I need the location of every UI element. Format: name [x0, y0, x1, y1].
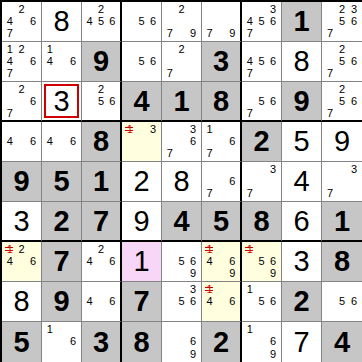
entered-digit: 6	[293, 207, 309, 236]
cell-r1c3[interactable]: 2456	[82, 2, 122, 42]
candidate-digit: 6	[267, 55, 279, 67]
empty-candidate-slot	[67, 43, 79, 55]
given-digit: 8	[93, 127, 109, 156]
given-digit: 4	[133, 87, 149, 116]
candidate-digit: 1	[4, 43, 16, 55]
candidate-digit: 6	[267, 255, 279, 267]
given-digit: 3	[93, 328, 109, 357]
cell-r6c9[interactable]: 1	[322, 202, 362, 242]
empty-candidate-slot	[336, 308, 348, 320]
given-digit: 2	[213, 328, 229, 357]
cell-r6c4[interactable]: 9	[122, 202, 162, 242]
cell-r5c1[interactable]: 9	[2, 162, 42, 202]
cell-r9c4[interactable]: 8	[122, 322, 162, 362]
empty-candidate-slot	[176, 55, 188, 67]
empty-candidate-slot	[256, 83, 268, 95]
candidate-digit: 7	[204, 188, 215, 200]
given-digit: 1	[93, 167, 109, 196]
candidate-digit: 5	[256, 15, 268, 27]
empty-candidate-slot	[324, 283, 336, 295]
cell-r8c6[interactable]: 146	[202, 282, 242, 322]
empty-candidate-slot	[256, 28, 268, 40]
empty-candidate-slot	[267, 243, 279, 255]
candidate-digit: 7	[164, 28, 176, 40]
given-digit: 8	[213, 87, 229, 116]
empty-candidate-slot	[336, 283, 348, 295]
candidate-digit: 4	[84, 15, 95, 27]
cell-r3c5[interactable]: 1	[162, 82, 202, 122]
given-digit: 5	[13, 328, 29, 357]
empty-candidate-slot	[324, 163, 336, 175]
empty-candidate-slot	[176, 283, 188, 295]
cell-r5c7[interactable]: 37	[242, 162, 282, 202]
empty-candidate-slot	[348, 188, 360, 200]
empty-candidate-slot	[256, 43, 268, 55]
candidate-grid: 569	[162, 242, 201, 281]
cell-r5c3[interactable]: 1	[82, 162, 122, 202]
cell-r3c6[interactable]: 8	[202, 82, 242, 122]
cell-r3c1[interactable]: 267	[2, 82, 42, 122]
empty-candidate-slot	[84, 243, 95, 255]
candidate-digit: 6	[348, 55, 360, 67]
empty-candidate-slot	[16, 268, 28, 280]
empty-candidate-slot	[244, 268, 256, 280]
empty-candidate-slot	[256, 188, 268, 200]
empty-candidate-slot	[336, 68, 348, 80]
candidate-digit: 6	[27, 55, 39, 67]
cell-r1c1[interactable]: 2467	[2, 2, 42, 42]
empty-candidate-slot	[136, 135, 148, 147]
empty-candidate-slot	[4, 95, 16, 107]
candidate-digit: 4	[204, 255, 215, 267]
cell-r7c4[interactable]: 1	[122, 242, 162, 282]
cell-r1c8[interactable]: 1	[282, 2, 322, 42]
cell-r5c4[interactable]: 2	[122, 162, 162, 202]
given-digit: 8	[133, 328, 149, 357]
empty-candidate-slot	[95, 308, 106, 320]
cell-r8c5[interactable]: 356	[162, 282, 202, 322]
cell-r4c1[interactable]: 46	[2, 122, 42, 162]
empty-candidate-slot	[176, 336, 188, 349]
cell-r5c2[interactable]: 5	[42, 162, 82, 202]
empty-candidate-slot	[56, 323, 68, 336]
candidate-digit: 3	[348, 3, 360, 15]
candidate-digit: 2	[176, 3, 188, 15]
empty-candidate-slot	[256, 268, 268, 280]
cell-r4c6[interactable]: 167	[202, 122, 242, 162]
cell-r9c2[interactable]: 16	[42, 322, 82, 362]
empty-candidate-slot	[256, 175, 268, 187]
empty-candidate-slot	[244, 295, 256, 307]
candidate-digit: 5	[256, 255, 268, 267]
candidate-digit: 4	[4, 255, 16, 267]
empty-candidate-slot	[95, 28, 106, 40]
cell-r9c9[interactable]: 4	[322, 322, 362, 362]
empty-candidate-slot	[204, 268, 215, 280]
candidate-digit: 4	[4, 15, 16, 27]
cell-r4c3[interactable]: 8	[82, 122, 122, 162]
candidate-digit: 6	[267, 295, 279, 307]
cell-r2c2[interactable]: 146	[42, 42, 82, 82]
cell-r3c4[interactable]: 4	[122, 82, 162, 122]
empty-candidate-slot	[348, 308, 360, 320]
cell-r8c7[interactable]: 156	[242, 282, 282, 322]
candidate-digit: 7	[324, 28, 336, 40]
candidate-digit: 2	[95, 3, 106, 15]
empty-candidate-slot	[267, 107, 279, 119]
empty-candidate-slot	[227, 148, 238, 160]
candidate-digit: 6	[267, 15, 279, 27]
cell-r7c2[interactable]: 7	[42, 242, 82, 282]
empty-candidate-slot	[256, 283, 268, 295]
candidate-digit: 9	[227, 268, 238, 280]
empty-candidate-slot	[336, 28, 348, 40]
empty-candidate-slot	[176, 15, 188, 27]
given-digit: 8	[334, 247, 350, 276]
empty-candidate-slot	[27, 148, 39, 160]
cell-r7c8[interactable]: 3	[282, 242, 322, 282]
empty-candidate-slot	[4, 83, 16, 95]
empty-candidate-slot	[56, 68, 68, 80]
empty-candidate-slot	[256, 3, 268, 15]
empty-candidate-slot	[267, 308, 279, 320]
candidate-digit: 7	[244, 107, 256, 119]
empty-candidate-slot	[227, 308, 238, 320]
empty-candidate-slot	[27, 28, 39, 40]
empty-candidate-slot	[267, 68, 279, 80]
empty-candidate-slot	[324, 55, 336, 67]
candidate-digit: 1	[244, 323, 256, 336]
empty-candidate-slot	[107, 83, 118, 95]
empty-candidate-slot	[324, 43, 336, 55]
candidate-grid: 46	[82, 282, 120, 321]
candidate-digit: 2	[16, 83, 28, 95]
empty-candidate-slot	[4, 148, 16, 160]
candidate-grid: 46	[42, 122, 81, 161]
cell-r5c5[interactable]: 8	[162, 162, 202, 202]
cell-r9c5[interactable]: 69	[162, 322, 202, 362]
empty-candidate-slot	[256, 336, 268, 349]
candidate-digit: 6	[187, 295, 199, 307]
empty-candidate-slot	[256, 163, 268, 175]
candidate-digit: 6	[348, 295, 360, 307]
cell-r5c8[interactable]: 4	[282, 162, 322, 202]
given-digit: 7	[133, 287, 149, 316]
empty-candidate-slot	[215, 3, 226, 15]
candidate-digit: 9	[267, 348, 279, 361]
empty-candidate-slot	[107, 243, 118, 255]
cell-r9c1[interactable]: 5	[2, 322, 42, 362]
candidate-grid: 167	[202, 122, 240, 161]
cell-r7c7[interactable]: 1569	[242, 242, 282, 282]
candidate-digit: 7	[4, 68, 16, 80]
candidate-digit: 1	[44, 43, 56, 55]
cell-r4c8[interactable]: 5	[282, 122, 322, 162]
entered-digit: 8	[293, 47, 309, 76]
given-digit: 1	[334, 207, 350, 236]
empty-candidate-slot	[67, 148, 79, 160]
cell-r1c2[interactable]: 8	[42, 2, 82, 42]
empty-candidate-slot	[348, 83, 360, 95]
empty-candidate-slot	[336, 107, 348, 119]
candidate-digit: 6	[227, 175, 238, 187]
empty-candidate-slot	[56, 135, 68, 147]
cell-r3c8[interactable]: 9	[282, 82, 322, 122]
empty-candidate-slot	[244, 255, 256, 267]
empty-candidate-slot	[107, 28, 118, 40]
empty-candidate-slot	[204, 308, 215, 320]
candidate-digit: 6	[147, 55, 159, 67]
candidate-grid: 267	[2, 82, 41, 120]
cell-r6c2[interactable]: 2	[42, 202, 82, 242]
candidate-digit: 7	[324, 68, 336, 80]
candidate-digit: 4	[84, 295, 95, 307]
empty-candidate-slot	[56, 348, 68, 361]
candidate-grid: 146	[42, 42, 81, 81]
empty-candidate-slot	[27, 3, 39, 15]
empty-candidate-slot	[56, 336, 68, 349]
cell-r4c5[interactable]: 367	[162, 122, 202, 162]
candidate-digit: 4	[244, 15, 256, 27]
empty-candidate-slot	[336, 175, 348, 187]
given-digit: 2	[53, 207, 69, 236]
candidate-digit: 6	[27, 95, 39, 107]
candidate-digit: 2	[336, 3, 348, 15]
candidate-digit: 7	[204, 28, 215, 40]
cell-r5c9[interactable]: 37	[322, 162, 362, 202]
cell-r8c1[interactable]: 8	[2, 282, 42, 322]
candidate-grid: 2456	[82, 2, 120, 41]
cell-r2c7[interactable]: 4567	[242, 42, 282, 82]
cell-r2c1[interactable]: 12467	[2, 42, 42, 82]
empty-candidate-slot	[16, 255, 28, 267]
empty-candidate-slot	[187, 3, 199, 15]
cell-r6c7[interactable]: 8	[242, 202, 282, 242]
cell-r7c1[interactable]: 1246	[2, 242, 42, 282]
empty-candidate-slot	[267, 188, 279, 200]
empty-candidate-slot	[187, 243, 199, 255]
candidate-digit: 7	[164, 68, 176, 80]
empty-candidate-slot	[336, 188, 348, 200]
empty-candidate-slot	[176, 243, 188, 255]
cell-r7c6[interactable]: 1469	[202, 242, 242, 282]
empty-candidate-slot	[256, 323, 268, 336]
cell-r4c2[interactable]: 46	[42, 122, 82, 162]
empty-candidate-slot	[227, 15, 238, 27]
cell-r4c4[interactable]: 13	[122, 122, 162, 162]
empty-candidate-slot	[187, 323, 199, 336]
candidate-digit: 6	[27, 15, 39, 27]
empty-candidate-slot	[124, 43, 136, 55]
empty-candidate-slot	[16, 107, 28, 119]
candidate-digit: 3	[187, 123, 199, 135]
empty-candidate-slot	[244, 348, 256, 361]
candidate-digit: 6	[227, 295, 238, 307]
empty-candidate-slot	[244, 336, 256, 349]
empty-candidate-slot	[107, 268, 118, 280]
entered-digit: 3	[13, 207, 29, 236]
empty-candidate-slot	[267, 43, 279, 55]
empty-candidate-slot	[204, 3, 215, 15]
cell-r7c9[interactable]: 8	[322, 242, 362, 282]
empty-candidate-slot	[176, 308, 188, 320]
empty-candidate-slot	[95, 295, 106, 307]
empty-candidate-slot	[84, 107, 95, 119]
empty-candidate-slot	[215, 295, 226, 307]
empty-candidate-slot	[27, 43, 39, 55]
candidate-grid: 56	[322, 282, 362, 321]
candidate-digit: 6	[107, 255, 118, 267]
candidate-digit: 1	[204, 123, 215, 135]
empty-candidate-slot	[84, 308, 95, 320]
empty-candidate-slot	[176, 123, 188, 135]
empty-candidate-slot	[215, 148, 226, 160]
cell-r2c3[interactable]: 9	[82, 42, 122, 82]
cell-r7c3[interactable]: 246	[82, 242, 122, 282]
sudoku-board: 2467824565627979345671235671246714695627…	[0, 0, 362, 362]
cell-r6c5[interactable]: 4	[162, 202, 202, 242]
empty-candidate-slot	[4, 123, 16, 135]
cell-r5c6[interactable]: 67	[202, 162, 242, 202]
entered-digit: 9	[133, 207, 149, 236]
cell-r2c6[interactable]: 3	[202, 42, 242, 82]
empty-candidate-slot	[27, 268, 39, 280]
candidate-digit: 6	[67, 336, 79, 349]
cell-r8c8[interactable]: 2	[282, 282, 322, 322]
candidate-grid: 34567	[242, 2, 281, 41]
candidate-digit: 6	[348, 95, 360, 107]
empty-candidate-slot	[227, 123, 238, 135]
candidate-grid: 356	[162, 282, 201, 321]
cell-r6c3[interactable]: 7	[82, 202, 122, 242]
empty-candidate-slot	[56, 123, 68, 135]
entered-digit: 5	[293, 127, 309, 156]
candidate-digit: 7	[164, 148, 176, 160]
cell-r6c6[interactable]: 5	[202, 202, 242, 242]
candidate-digit: 6	[27, 255, 39, 267]
empty-candidate-slot	[16, 148, 28, 160]
eliminated-candidate-digit: 1	[244, 243, 256, 255]
candidate-digit: 6	[348, 15, 360, 27]
empty-candidate-slot	[107, 283, 118, 295]
empty-candidate-slot	[204, 135, 215, 147]
cell-r6c1[interactable]: 3	[2, 202, 42, 242]
empty-candidate-slot	[227, 3, 238, 15]
cell-r3c2[interactable]: 3	[42, 82, 82, 122]
candidate-grid: 146	[202, 282, 240, 321]
candidate-grid: 367	[162, 122, 201, 161]
candidate-digit: 4	[44, 135, 56, 147]
entered-digit: 8	[53, 7, 69, 36]
empty-candidate-slot	[164, 15, 176, 27]
empty-candidate-slot	[215, 28, 226, 40]
cell-r4c9[interactable]: 9	[322, 122, 362, 162]
empty-candidate-slot	[204, 163, 215, 175]
empty-candidate-slot	[215, 283, 226, 295]
entered-digit: 8	[173, 167, 189, 196]
cell-r2c8[interactable]: 8	[282, 42, 322, 82]
cell-r8c4[interactable]: 7	[122, 282, 162, 322]
cell-r3c3[interactable]: 256	[82, 82, 122, 122]
candidate-grid: 67	[202, 162, 240, 201]
cell-r8c2[interactable]: 9	[42, 282, 82, 322]
empty-candidate-slot	[164, 295, 176, 307]
cell-r4c7[interactable]: 2	[242, 122, 282, 162]
cell-r7c5[interactable]: 569	[162, 242, 202, 282]
empty-candidate-slot	[44, 123, 56, 135]
candidate-digit: 5	[95, 15, 106, 27]
empty-candidate-slot	[336, 163, 348, 175]
empty-candidate-slot	[324, 3, 336, 15]
given-digit: 9	[53, 287, 69, 316]
candidate-digit: 2	[95, 243, 106, 255]
empty-candidate-slot	[16, 123, 28, 135]
candidate-digit: 5	[336, 295, 348, 307]
cell-r1c7[interactable]: 34567	[242, 2, 282, 42]
candidate-grid: 256	[82, 82, 120, 120]
cell-r6c8[interactable]: 6	[282, 202, 322, 242]
empty-candidate-slot	[215, 308, 226, 320]
candidate-digit: 9	[187, 28, 199, 40]
candidate-digit: 9	[187, 268, 199, 280]
cell-r9c6[interactable]: 2	[202, 322, 242, 362]
cell-r9c3[interactable]: 3	[82, 322, 122, 362]
empty-candidate-slot	[256, 243, 268, 255]
entered-digit: 1	[133, 247, 149, 276]
cell-r9c7[interactable]: 169	[242, 322, 282, 362]
candidate-digit: 6	[187, 255, 199, 267]
cell-r2c4[interactable]: 56	[122, 42, 162, 82]
cell-r9c8[interactable]: 7	[282, 322, 322, 362]
candidate-digit: 4	[204, 295, 215, 307]
candidate-grid: 69	[162, 322, 201, 362]
cell-r2c9[interactable]: 2567	[322, 42, 362, 82]
candidate-digit: 6	[67, 55, 79, 67]
empty-candidate-slot	[56, 43, 68, 55]
empty-candidate-slot	[84, 83, 95, 95]
eliminated-candidate-digit: 1	[4, 243, 16, 255]
empty-candidate-slot	[95, 107, 106, 119]
empty-candidate-slot	[44, 336, 56, 349]
empty-candidate-slot	[124, 3, 136, 15]
cell-r1c4[interactable]: 56	[122, 2, 162, 42]
empty-candidate-slot	[215, 243, 226, 255]
cell-r3c9[interactable]: 2567	[322, 82, 362, 122]
cell-r1c6[interactable]: 79	[202, 2, 242, 42]
cell-r1c9[interactable]: 23567	[322, 2, 362, 42]
empty-candidate-slot	[84, 283, 95, 295]
empty-candidate-slot	[187, 55, 199, 67]
candidate-digit: 5	[176, 295, 188, 307]
candidate-grid: 23567	[322, 2, 362, 41]
empty-candidate-slot	[67, 68, 79, 80]
empty-candidate-slot	[44, 68, 56, 80]
empty-candidate-slot	[44, 348, 56, 361]
cell-r3c7[interactable]: 567	[242, 82, 282, 122]
cell-r2c5[interactable]: 27	[162, 42, 202, 82]
empty-candidate-slot	[95, 255, 106, 267]
empty-candidate-slot	[67, 348, 79, 361]
cell-r8c3[interactable]: 46	[82, 282, 122, 322]
candidate-digit: 5	[256, 295, 268, 307]
candidate-digit: 6	[187, 135, 199, 147]
candidate-digit: 5	[336, 95, 348, 107]
cell-r8c9[interactable]: 56	[322, 282, 362, 322]
cell-r1c5[interactable]: 279	[162, 2, 202, 42]
empty-candidate-slot	[84, 268, 95, 280]
candidate-grid: 156	[242, 282, 281, 321]
candidate-digit: 9	[267, 268, 279, 280]
